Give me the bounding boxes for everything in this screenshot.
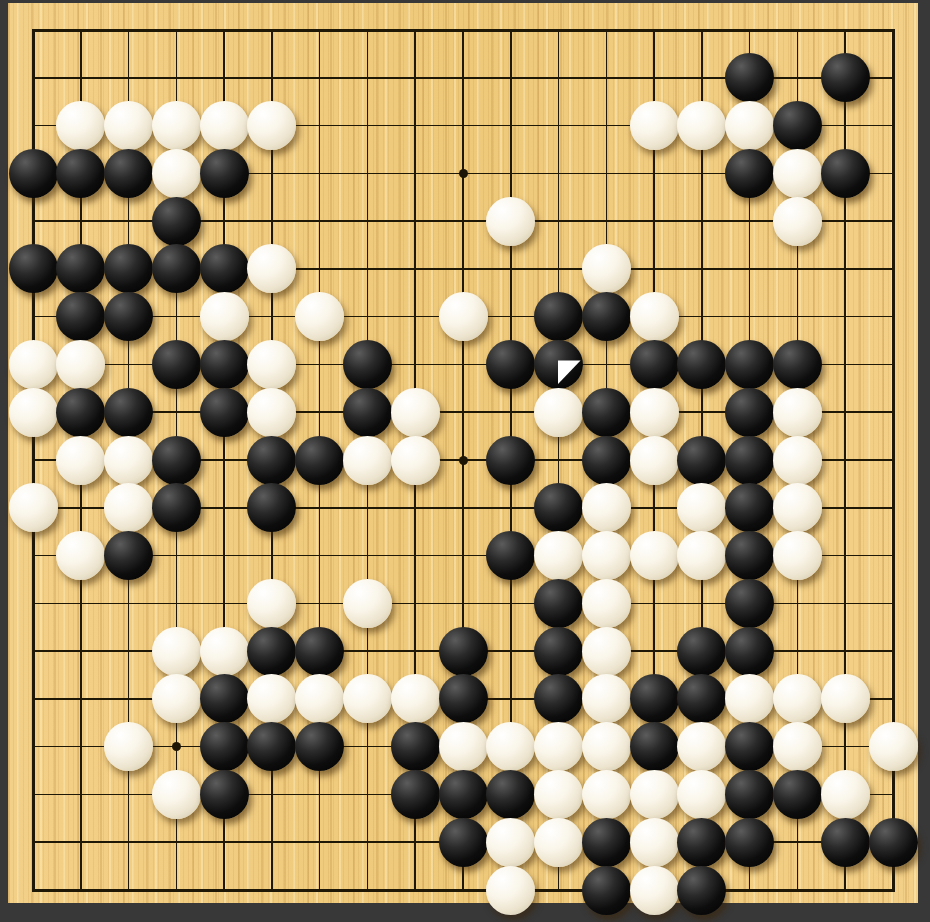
stone-white: [152, 101, 201, 150]
stone-white: [773, 531, 822, 580]
stone-black: [391, 722, 440, 771]
stone-white: [104, 101, 153, 150]
stone-white: [343, 436, 392, 485]
stone-black: [534, 627, 583, 676]
stone-white: [630, 866, 679, 915]
stone-white: [439, 292, 488, 341]
stone-white: [582, 244, 631, 293]
stone-white: [630, 436, 679, 485]
stone-black: [152, 483, 201, 532]
stone-white: [534, 531, 583, 580]
stone-white: [9, 340, 58, 389]
stone-white: [56, 531, 105, 580]
stone-black: [56, 149, 105, 198]
stone-black: [200, 722, 249, 771]
stone-black: [725, 531, 774, 580]
stone-black: [582, 436, 631, 485]
stone-black: [247, 627, 296, 676]
stone-black: [725, 340, 774, 389]
stone-black: [152, 436, 201, 485]
stone-black: [534, 340, 583, 389]
stone-black: [677, 627, 726, 676]
stone-black: [200, 674, 249, 723]
stone-black: [56, 388, 105, 437]
stone-black: [725, 388, 774, 437]
stone-white: [582, 579, 631, 628]
stone-white: [56, 436, 105, 485]
stone-black: [725, 722, 774, 771]
stone-black: [821, 149, 870, 198]
stone-black: [773, 340, 822, 389]
stone-black: [200, 149, 249, 198]
stone-white: [247, 388, 296, 437]
stone-black: [773, 101, 822, 150]
stone-white: [391, 436, 440, 485]
stone-white: [821, 674, 870, 723]
stone-black: [725, 627, 774, 676]
stone-white: [152, 770, 201, 819]
stone-white: [152, 149, 201, 198]
stone-white: [104, 436, 153, 485]
stone-black: [247, 436, 296, 485]
stone-black: [677, 436, 726, 485]
stone-black: [295, 436, 344, 485]
stone-white: [534, 388, 583, 437]
stone-white: [773, 436, 822, 485]
stone-white: [247, 579, 296, 628]
stone-white: [630, 388, 679, 437]
stone-black: [391, 770, 440, 819]
stone-black: [439, 627, 488, 676]
stone-white: [869, 722, 918, 771]
stone-white: [56, 340, 105, 389]
stone-white: [582, 627, 631, 676]
stone-white: [582, 483, 631, 532]
stone-white: [295, 292, 344, 341]
grid-line-horizontal: [32, 889, 895, 892]
stone-black: [9, 244, 58, 293]
stone-black: [104, 388, 153, 437]
stone-white: [773, 674, 822, 723]
stone-white: [534, 770, 583, 819]
stone-black: [725, 818, 774, 867]
stone-white: [534, 722, 583, 771]
stone-black: [200, 244, 249, 293]
stone-white: [821, 770, 870, 819]
stone-white: [104, 722, 153, 771]
stone-white: [486, 818, 535, 867]
stone-white: [247, 340, 296, 389]
stone-white: [486, 197, 535, 246]
stone-black: [295, 722, 344, 771]
stone-black: [677, 340, 726, 389]
stone-black: [9, 149, 58, 198]
stone-white: [534, 818, 583, 867]
stone-black: [343, 388, 392, 437]
stone-black: [200, 770, 249, 819]
stone-black: [200, 340, 249, 389]
stone-black: [152, 244, 201, 293]
stone-black: [725, 579, 774, 628]
stone-white: [630, 101, 679, 150]
stone-black: [725, 436, 774, 485]
stone-black: [439, 770, 488, 819]
stone-white: [630, 531, 679, 580]
stone-white: [200, 627, 249, 676]
stone-white: [343, 579, 392, 628]
stone-black: [821, 818, 870, 867]
stone-black: [630, 340, 679, 389]
stone-white: [9, 483, 58, 532]
stone-black: [104, 292, 153, 341]
stone-white: [152, 627, 201, 676]
star-point: [172, 742, 181, 751]
stone-white: [439, 722, 488, 771]
stone-white: [582, 770, 631, 819]
stone-black: [343, 340, 392, 389]
stone-black: [104, 531, 153, 580]
stone-white: [725, 101, 774, 150]
stone-black: [869, 818, 918, 867]
stone-black: [773, 770, 822, 819]
stone-white: [391, 388, 440, 437]
stone-white: [773, 197, 822, 246]
stone-black: [295, 627, 344, 676]
stone-white: [677, 770, 726, 819]
stone-white: [391, 674, 440, 723]
stone-black: [821, 53, 870, 102]
stone-white: [630, 292, 679, 341]
go-app: [0, 0, 930, 922]
stone-black: [534, 483, 583, 532]
stone-white: [486, 866, 535, 915]
star-point: [459, 169, 468, 178]
stone-white: [104, 483, 153, 532]
stone-black: [200, 388, 249, 437]
stone-black: [630, 722, 679, 771]
stone-white: [582, 531, 631, 580]
stone-black: [152, 340, 201, 389]
stone-black: [677, 818, 726, 867]
stone-white: [630, 770, 679, 819]
stone-black: [677, 866, 726, 915]
star-point: [459, 456, 468, 465]
stone-white: [773, 722, 822, 771]
stone-black: [439, 674, 488, 723]
stone-black: [582, 866, 631, 915]
stone-black: [486, 340, 535, 389]
stone-white: [56, 101, 105, 150]
stone-white: [152, 674, 201, 723]
stone-black: [534, 579, 583, 628]
stone-white: [630, 818, 679, 867]
stone-black: [486, 770, 535, 819]
stone-black: [630, 674, 679, 723]
stone-black: [152, 197, 201, 246]
stone-white: [773, 388, 822, 437]
stone-white: [200, 292, 249, 341]
stone-black: [104, 149, 153, 198]
stone-white: [773, 483, 822, 532]
stone-black: [486, 531, 535, 580]
stone-black: [725, 770, 774, 819]
stone-white: [582, 674, 631, 723]
stone-black: [534, 292, 583, 341]
stone-white: [582, 722, 631, 771]
stone-black: [486, 436, 535, 485]
stone-white: [200, 101, 249, 150]
stone-white: [773, 149, 822, 198]
stone-black: [439, 818, 488, 867]
stone-black: [725, 149, 774, 198]
stone-black: [582, 388, 631, 437]
stone-black: [582, 292, 631, 341]
stone-white: [9, 388, 58, 437]
stone-black: [582, 818, 631, 867]
stone-white: [343, 674, 392, 723]
